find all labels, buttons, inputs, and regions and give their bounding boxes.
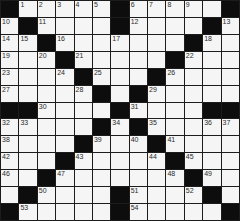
- cell-5-1[interactable]: [19, 86, 36, 102]
- black-square-9-3: [56, 153, 73, 169]
- cell-4-2[interactable]: [38, 69, 55, 85]
- clue-number-32: 32: [2, 119, 10, 127]
- cell-2-11[interactable]: 18: [203, 35, 220, 51]
- cell-6-5[interactable]: [93, 103, 110, 119]
- black-square-9-9: [166, 153, 183, 169]
- cell-9-10[interactable]: 45: [185, 153, 202, 169]
- cell-10-7[interactable]: [130, 170, 147, 186]
- clue-number-37: 37: [223, 119, 231, 127]
- black-square-10-10: [185, 170, 202, 186]
- cell-12-1[interactable]: 53: [19, 204, 36, 220]
- black-square-11-1: [19, 187, 36, 203]
- cell-2-9[interactable]: [166, 35, 183, 51]
- cell-12-5[interactable]: [93, 204, 110, 220]
- cell-3-8[interactable]: [148, 52, 165, 68]
- cell-4-0[interactable]: 23: [1, 69, 18, 85]
- cell-1-5[interactable]: [93, 18, 110, 34]
- cell-3-6[interactable]: [111, 52, 128, 68]
- cell-9-7[interactable]: [130, 153, 147, 169]
- clue-number-42: 42: [2, 153, 10, 161]
- cell-4-5[interactable]: 25: [93, 69, 110, 85]
- clue-number-19: 19: [2, 52, 10, 60]
- clue-number-45: 45: [186, 153, 194, 161]
- cell-2-0[interactable]: 14: [1, 35, 18, 51]
- black-square-8-8: [148, 136, 165, 152]
- cell-2-7[interactable]: [130, 35, 147, 51]
- cell-11-4[interactable]: [75, 187, 92, 203]
- cell-0-3[interactable]: 3: [56, 1, 73, 17]
- cell-6-9[interactable]: [166, 103, 183, 119]
- cell-1-0[interactable]: 10: [1, 18, 18, 34]
- cell-12-9[interactable]: [166, 204, 183, 220]
- cell-4-6[interactable]: [111, 69, 128, 85]
- black-square-3-3: [56, 52, 73, 68]
- cell-2-12[interactable]: [222, 35, 239, 51]
- cell-8-6[interactable]: [111, 136, 128, 152]
- cell-2-6[interactable]: 17: [111, 35, 128, 51]
- clue-number-33: 33: [20, 119, 28, 127]
- cell-1-3[interactable]: [56, 18, 73, 34]
- cell-2-1[interactable]: 15: [19, 35, 36, 51]
- cell-8-12[interactable]: [222, 136, 239, 152]
- cell-5-2[interactable]: [38, 86, 55, 102]
- clue-number-3: 3: [57, 1, 61, 9]
- cell-4-9[interactable]: 26: [166, 69, 183, 85]
- black-square-0-12: [222, 1, 239, 17]
- clue-number-47: 47: [57, 170, 65, 178]
- cell-6-7[interactable]: 31: [130, 103, 147, 119]
- clue-number-30: 30: [39, 103, 47, 111]
- cell-1-9[interactable]: [166, 18, 183, 34]
- clue-number-48: 48: [167, 170, 175, 178]
- black-square-12-12: [222, 204, 239, 220]
- cell-7-12[interactable]: 37: [222, 119, 239, 135]
- cell-3-0[interactable]: 19: [1, 52, 18, 68]
- clue-number-2: 2: [39, 1, 43, 9]
- cell-11-0[interactable]: [1, 187, 18, 203]
- clue-number-50: 50: [39, 187, 47, 195]
- cell-4-7[interactable]: [130, 69, 147, 85]
- cell-7-2[interactable]: [38, 119, 55, 135]
- black-square-11-6: [111, 187, 128, 203]
- cell-0-11[interactable]: [203, 1, 220, 17]
- cell-7-1[interactable]: 33: [19, 119, 36, 135]
- cell-8-10[interactable]: [185, 136, 202, 152]
- black-square-2-10: [185, 35, 202, 51]
- black-square-3-9: [166, 52, 183, 68]
- clue-number-18: 18: [204, 35, 212, 43]
- black-square-6-11: [203, 103, 220, 119]
- black-square-7-5: [93, 119, 110, 135]
- clue-number-41: 41: [167, 136, 175, 144]
- cell-4-12[interactable]: [222, 69, 239, 85]
- cell-9-2[interactable]: [38, 153, 55, 169]
- clue-number-31: 31: [131, 103, 139, 111]
- cell-4-11[interactable]: [203, 69, 220, 85]
- cell-2-5[interactable]: [93, 35, 110, 51]
- cell-12-10[interactable]: [185, 204, 202, 220]
- black-square-8-4: [75, 136, 92, 152]
- clue-number-7: 7: [149, 1, 153, 9]
- clue-number-16: 16: [57, 35, 65, 43]
- cell-10-8[interactable]: [148, 170, 165, 186]
- cell-5-4[interactable]: 28: [75, 86, 92, 102]
- cell-8-11[interactable]: [203, 136, 220, 152]
- cell-5-11[interactable]: [203, 86, 220, 102]
- cell-8-7[interactable]: 40: [130, 136, 147, 152]
- clue-number-24: 24: [57, 69, 65, 77]
- black-square-11-11: [203, 187, 220, 203]
- cell-11-8[interactable]: [148, 187, 165, 203]
- clue-number-12: 12: [131, 18, 139, 26]
- cell-12-7[interactable]: 54: [130, 204, 147, 220]
- clue-number-21: 21: [76, 52, 84, 60]
- cell-8-2[interactable]: [38, 136, 55, 152]
- cell-8-0[interactable]: 38: [1, 136, 18, 152]
- cell-3-10[interactable]: 22: [185, 52, 202, 68]
- black-square-4-8: [148, 69, 165, 85]
- cell-4-3[interactable]: 24: [56, 69, 73, 85]
- black-square-5-7: [130, 86, 147, 102]
- cell-7-8[interactable]: 35: [148, 119, 165, 135]
- clue-number-10: 10: [2, 18, 10, 26]
- cell-3-4[interactable]: 21: [75, 52, 92, 68]
- cell-5-6[interactable]: [111, 86, 128, 102]
- cell-6-8[interactable]: [148, 103, 165, 119]
- cell-12-2[interactable]: [38, 204, 55, 220]
- cell-4-1[interactable]: [19, 69, 36, 85]
- cell-8-5[interactable]: 39: [93, 136, 110, 152]
- clue-number-5: 5: [94, 1, 98, 9]
- cell-12-11[interactable]: [203, 204, 220, 220]
- cell-1-7[interactable]: 12: [130, 18, 147, 34]
- cell-8-1[interactable]: [19, 136, 36, 152]
- cell-11-2[interactable]: 50: [38, 187, 55, 203]
- clue-number-35: 35: [149, 119, 157, 127]
- cell-5-10[interactable]: [185, 86, 202, 102]
- clue-number-36: 36: [204, 119, 212, 127]
- clue-number-17: 17: [112, 35, 120, 43]
- clue-number-43: 43: [76, 153, 84, 161]
- cell-10-4[interactable]: [75, 170, 92, 186]
- clue-number-51: 51: [131, 187, 139, 195]
- cell-7-11[interactable]: 36: [203, 119, 220, 135]
- cell-9-12[interactable]: [222, 153, 239, 169]
- cell-10-5[interactable]: [93, 170, 110, 186]
- cell-11-7[interactable]: 51: [130, 187, 147, 203]
- cell-5-9[interactable]: [166, 86, 183, 102]
- cell-3-2[interactable]: 20: [38, 52, 55, 68]
- clue-number-39: 39: [94, 136, 102, 144]
- clue-number-9: 9: [186, 1, 190, 9]
- cell-1-8[interactable]: [148, 18, 165, 34]
- clue-number-20: 20: [39, 52, 47, 60]
- cell-4-10[interactable]: [185, 69, 202, 85]
- clue-number-4: 4: [76, 1, 80, 9]
- clue-number-38: 38: [2, 136, 10, 144]
- black-square-6-6: [111, 103, 128, 119]
- cell-2-3[interactable]: 16: [56, 35, 73, 51]
- cell-1-12[interactable]: 13: [222, 18, 239, 34]
- crossword-puzzle: 1234567891011121314151617181920212223242…: [0, 0, 240, 221]
- black-square-1-11: [203, 18, 220, 34]
- cell-10-11[interactable]: 49: [203, 170, 220, 186]
- cell-9-4[interactable]: 43: [75, 153, 92, 169]
- clue-number-13: 13: [223, 18, 231, 26]
- cell-10-6[interactable]: [111, 170, 128, 186]
- clue-number-28: 28: [76, 86, 84, 94]
- cell-6-3[interactable]: [56, 103, 73, 119]
- cell-6-2[interactable]: 30: [38, 103, 55, 119]
- clue-number-8: 8: [167, 1, 171, 9]
- clue-number-14: 14: [2, 35, 10, 43]
- black-square-12-0: [1, 204, 18, 220]
- cell-9-11[interactable]: [203, 153, 220, 169]
- clue-number-27: 27: [2, 86, 10, 94]
- cell-5-3[interactable]: [56, 86, 73, 102]
- clue-number-1: 1: [20, 1, 24, 9]
- cell-11-12[interactable]: [222, 187, 239, 203]
- cell-7-9[interactable]: [166, 119, 183, 135]
- black-square-0-0: [1, 1, 18, 17]
- black-square-4-4: [75, 69, 92, 85]
- cell-1-4[interactable]: [75, 18, 92, 34]
- cell-9-5[interactable]: [93, 153, 110, 169]
- cell-0-5[interactable]: 5: [93, 1, 110, 17]
- clue-number-52: 52: [186, 187, 194, 195]
- clue-number-22: 22: [186, 52, 194, 60]
- black-square-5-5: [93, 86, 110, 102]
- cell-7-0[interactable]: 32: [1, 119, 18, 135]
- cell-2-4[interactable]: [75, 35, 92, 51]
- black-square-10-2: [38, 170, 55, 186]
- clue-number-34: 34: [112, 119, 120, 127]
- black-square-0-6: [111, 1, 128, 17]
- black-square-7-7: [130, 119, 147, 135]
- cell-1-2[interactable]: 11: [38, 18, 55, 34]
- clue-number-54: 54: [131, 204, 139, 212]
- black-square-6-1: [19, 103, 36, 119]
- cell-12-8[interactable]: [148, 204, 165, 220]
- cell-8-9[interactable]: 41: [166, 136, 183, 152]
- clue-number-11: 11: [39, 18, 46, 26]
- cell-9-6[interactable]: [111, 153, 128, 169]
- black-square-12-6: [111, 204, 128, 220]
- cell-11-10[interactable]: 52: [185, 187, 202, 203]
- cell-0-9[interactable]: 8: [166, 1, 183, 17]
- cell-3-11[interactable]: [203, 52, 220, 68]
- cell-8-3[interactable]: [56, 136, 73, 152]
- cell-0-1[interactable]: 1: [19, 1, 36, 17]
- cell-10-0[interactable]: 46: [1, 170, 18, 186]
- cell-7-6[interactable]: 34: [111, 119, 128, 135]
- cell-9-1[interactable]: [19, 153, 36, 169]
- cell-0-2[interactable]: 2: [38, 1, 55, 17]
- cell-5-12[interactable]: [222, 86, 239, 102]
- black-square-2-2: [38, 35, 55, 51]
- cell-6-4[interactable]: [75, 103, 92, 119]
- black-square-6-0: [1, 103, 18, 119]
- cell-5-8[interactable]: 29: [148, 86, 165, 102]
- cell-10-3[interactable]: 47: [56, 170, 73, 186]
- cell-3-5[interactable]: [93, 52, 110, 68]
- cell-0-4[interactable]: 4: [75, 1, 92, 17]
- clue-number-6: 6: [131, 1, 135, 9]
- cell-0-8[interactable]: 7: [148, 1, 165, 17]
- cell-9-0[interactable]: 42: [1, 153, 18, 169]
- black-square-1-6: [111, 18, 128, 34]
- black-square-1-1: [19, 18, 36, 34]
- crossword-grid: 1234567891011121314151617181920212223242…: [0, 0, 240, 221]
- clue-number-25: 25: [94, 69, 102, 77]
- cell-1-10[interactable]: [185, 18, 202, 34]
- cell-3-1[interactable]: [19, 52, 36, 68]
- cell-12-3[interactable]: [56, 204, 73, 220]
- clue-number-53: 53: [20, 204, 28, 212]
- clue-number-46: 46: [2, 170, 10, 178]
- cell-0-10[interactable]: 9: [185, 1, 202, 17]
- black-square-6-12: [222, 103, 239, 119]
- cell-11-3[interactable]: [56, 187, 73, 203]
- cell-3-12[interactable]: [222, 52, 239, 68]
- cell-10-9[interactable]: 48: [166, 170, 183, 186]
- cell-11-9[interactable]: [166, 187, 183, 203]
- cell-7-3[interactable]: [56, 119, 73, 135]
- clue-number-44: 44: [149, 153, 157, 161]
- cell-3-7[interactable]: [130, 52, 147, 68]
- clue-number-15: 15: [20, 35, 28, 43]
- clue-number-49: 49: [204, 170, 212, 178]
- cell-9-8[interactable]: 44: [148, 153, 165, 169]
- cell-12-4[interactable]: [75, 204, 92, 220]
- cell-5-0[interactable]: 27: [1, 86, 18, 102]
- clue-number-40: 40: [131, 136, 139, 144]
- cell-6-10[interactable]: [185, 103, 202, 119]
- cell-10-12[interactable]: [222, 170, 239, 186]
- cell-0-7[interactable]: 6: [130, 1, 147, 17]
- cell-7-10[interactable]: [185, 119, 202, 135]
- cell-10-1[interactable]: [19, 170, 36, 186]
- clue-number-23: 23: [2, 69, 10, 77]
- cell-11-5[interactable]: [93, 187, 110, 203]
- clue-number-26: 26: [167, 69, 175, 77]
- clue-number-29: 29: [149, 86, 157, 94]
- cell-7-4[interactable]: [75, 119, 92, 135]
- cell-2-8[interactable]: [148, 35, 165, 51]
